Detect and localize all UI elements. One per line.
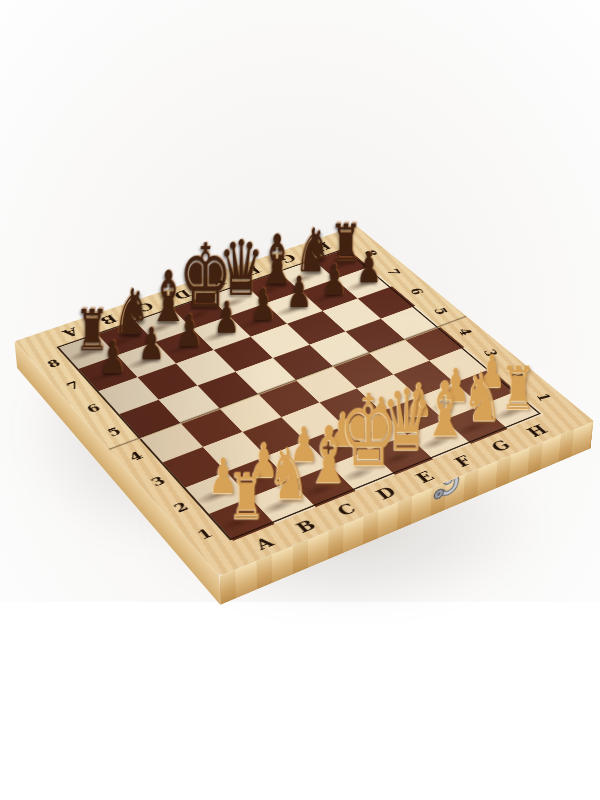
piece-black-pawn-a7[interactable]: ♟: [81, 266, 145, 378]
piece-white-rook-a1[interactable]: ♜: [212, 402, 282, 525]
pawn-glyph: ♟: [99, 336, 126, 378]
latch-hook: [430, 461, 472, 507]
scene: AABBCCDDEEFFGGHH1122334455667788♜♞♝♚♛♝♞♜…: [0, 0, 600, 602]
chess-board: AABBCCDDEEFFGGHH1122334455667788♜♞♝♚♛♝♞♜…: [15, 226, 594, 577]
rook-glyph: ♜: [228, 466, 266, 525]
product-photo: AABBCCDDEEFFGGHH1122334455667788♜♞♝♚♛♝♞♜…: [0, 0, 600, 602]
